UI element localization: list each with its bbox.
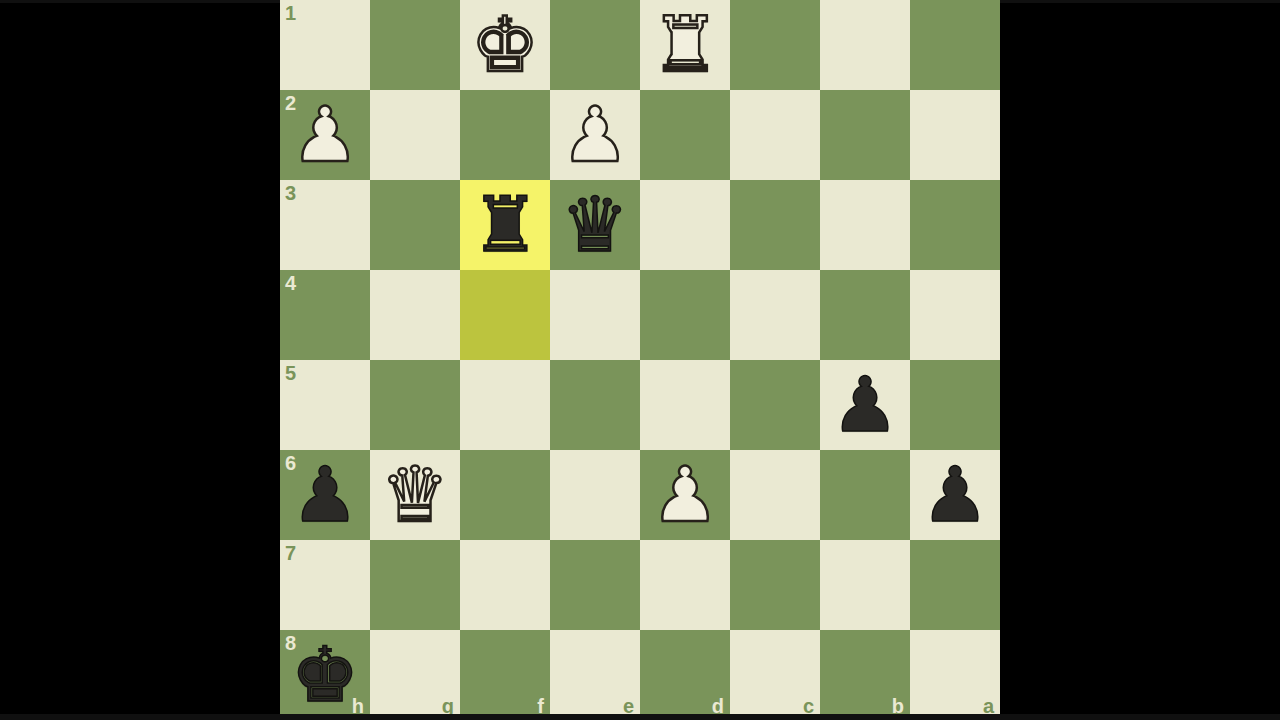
square-f8[interactable]: f <box>460 630 550 720</box>
square-a7[interactable] <box>910 540 1000 630</box>
square-c1[interactable] <box>730 0 820 90</box>
square-c4[interactable] <box>730 270 820 360</box>
file-label-g: g <box>442 696 454 716</box>
square-b5[interactable]: ♟ <box>820 360 910 450</box>
square-h3[interactable]: 3 <box>280 180 370 270</box>
rank-label-1: 1 <box>285 3 296 23</box>
square-d6[interactable]: ♟ <box>640 450 730 540</box>
square-d1[interactable]: ♜ <box>640 0 730 90</box>
square-g8[interactable]: g <box>370 630 460 720</box>
square-g3[interactable] <box>370 180 460 270</box>
square-f5[interactable] <box>460 360 550 450</box>
file-label-e: e <box>623 696 634 716</box>
square-d7[interactable] <box>640 540 730 630</box>
rank-label-4: 4 <box>285 273 296 293</box>
piece-black-queen[interactable]: ♛ <box>550 180 640 270</box>
square-h4[interactable]: 4 <box>280 270 370 360</box>
piece-white-pawn[interactable]: ♟ <box>640 450 730 540</box>
square-d2[interactable] <box>640 90 730 180</box>
square-a4[interactable] <box>910 270 1000 360</box>
square-c2[interactable] <box>730 90 820 180</box>
piece-white-pawn[interactable]: ♟ <box>550 90 640 180</box>
square-e6[interactable] <box>550 450 640 540</box>
square-e2[interactable]: ♟ <box>550 90 640 180</box>
square-e3[interactable]: ♛ <box>550 180 640 270</box>
square-c5[interactable] <box>730 360 820 450</box>
square-c3[interactable] <box>730 180 820 270</box>
file-label-a: a <box>983 696 994 716</box>
piece-white-rook[interactable]: ♜ <box>640 0 730 90</box>
square-a5[interactable] <box>910 360 1000 450</box>
piece-white-king[interactable]: ♚ <box>460 0 550 90</box>
square-b4[interactable] <box>820 270 910 360</box>
square-f3[interactable]: ♜ <box>460 180 550 270</box>
chess-board: 1♚♜2♟♟3♜♛45♟6♟♛♟♟78h♚gfedcba <box>280 0 1000 720</box>
square-e5[interactable] <box>550 360 640 450</box>
square-b6[interactable] <box>820 450 910 540</box>
file-label-b: b <box>892 696 904 716</box>
piece-black-pawn[interactable]: ♟ <box>280 450 370 540</box>
square-h6[interactable]: 6♟ <box>280 450 370 540</box>
square-b8[interactable]: b <box>820 630 910 720</box>
square-d5[interactable] <box>640 360 730 450</box>
square-f2[interactable] <box>460 90 550 180</box>
square-f7[interactable] <box>460 540 550 630</box>
square-a2[interactable] <box>910 90 1000 180</box>
rank-label-5: 5 <box>285 363 296 383</box>
square-b1[interactable] <box>820 0 910 90</box>
square-h1[interactable]: 1 <box>280 0 370 90</box>
square-h5[interactable]: 5 <box>280 360 370 450</box>
square-c6[interactable] <box>730 450 820 540</box>
piece-black-king[interactable]: ♚ <box>280 630 370 720</box>
square-c8[interactable]: c <box>730 630 820 720</box>
square-c7[interactable] <box>730 540 820 630</box>
square-h7[interactable]: 7 <box>280 540 370 630</box>
file-label-d: d <box>712 696 724 716</box>
square-h2[interactable]: 2♟ <box>280 90 370 180</box>
piece-black-pawn[interactable]: ♟ <box>910 450 1000 540</box>
rank-label-7: 7 <box>285 543 296 563</box>
square-a1[interactable] <box>910 0 1000 90</box>
file-label-f: f <box>537 696 544 716</box>
square-e7[interactable] <box>550 540 640 630</box>
piece-white-queen[interactable]: ♛ <box>370 450 460 540</box>
square-g2[interactable] <box>370 90 460 180</box>
square-g6[interactable]: ♛ <box>370 450 460 540</box>
square-g7[interactable] <box>370 540 460 630</box>
square-g5[interactable] <box>370 360 460 450</box>
square-a8[interactable]: a <box>910 630 1000 720</box>
square-a6[interactable]: ♟ <box>910 450 1000 540</box>
square-f4[interactable] <box>460 270 550 360</box>
square-d8[interactable]: d <box>640 630 730 720</box>
square-e1[interactable] <box>550 0 640 90</box>
square-h8[interactable]: 8h♚ <box>280 630 370 720</box>
piece-white-pawn[interactable]: ♟ <box>280 90 370 180</box>
square-b3[interactable] <box>820 180 910 270</box>
rank-label-3: 3 <box>285 183 296 203</box>
square-a3[interactable] <box>910 180 1000 270</box>
piece-black-pawn[interactable]: ♟ <box>820 360 910 450</box>
square-g4[interactable] <box>370 270 460 360</box>
square-e8[interactable]: e <box>550 630 640 720</box>
square-d3[interactable] <box>640 180 730 270</box>
square-b2[interactable] <box>820 90 910 180</box>
square-e4[interactable] <box>550 270 640 360</box>
square-g1[interactable] <box>370 0 460 90</box>
square-b7[interactable] <box>820 540 910 630</box>
file-label-c: c <box>803 696 814 716</box>
piece-black-rook[interactable]: ♜ <box>460 180 550 270</box>
square-f6[interactable] <box>460 450 550 540</box>
letterbox-bottom <box>0 714 1280 720</box>
square-f1[interactable]: ♚ <box>460 0 550 90</box>
square-d4[interactable] <box>640 270 730 360</box>
